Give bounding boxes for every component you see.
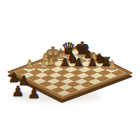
piece-white-pawn[interactable]: ♟ bbox=[107, 60, 117, 72]
piece-black-pawn[interactable]: ♟ bbox=[74, 57, 84, 68]
piece-white-pawn[interactable]: ♟ bbox=[24, 59, 34, 71]
chess-set-photo: ♚♟♟♞♜♟♛♟♝♞♟♚♟♟♟♟♟♟♟♟♟ bbox=[0, 0, 140, 140]
piece-black-pawn[interactable]: ♟ bbox=[60, 57, 70, 68]
piece-white-pawn[interactable]: ♟ bbox=[38, 59, 48, 71]
pieces-layer: ♚♟♟♞♜♟♛♟♝♞♟♚♟♟♟♟♟♟♟♟♟ bbox=[0, 0, 140, 140]
piece-black-pawn[interactable]: ♟ bbox=[87, 57, 97, 68]
captured-black-pawn[interactable]: ♟ bbox=[28, 86, 41, 101]
captured-black-pawn[interactable]: ♟ bbox=[12, 84, 25, 98]
